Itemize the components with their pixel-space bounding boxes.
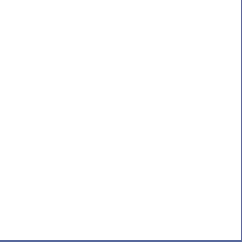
chess-board	[0, 0, 241, 240]
chess-board-frame	[0, 0, 242, 242]
